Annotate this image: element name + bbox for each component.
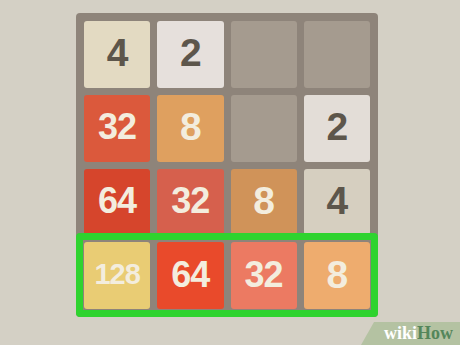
empty-cell: [304, 21, 370, 88]
wikihow-watermark: wikiHow: [361, 322, 460, 345]
tile-2: 2: [157, 21, 223, 88]
empty-cell: [231, 95, 297, 162]
tile-4: 4: [304, 169, 370, 236]
tile-value: 64: [98, 180, 136, 222]
tile-value: 8: [327, 253, 348, 297]
tile-2: 2: [304, 95, 370, 162]
tile-8: 8: [157, 95, 223, 162]
tile-value: 2: [327, 105, 348, 149]
tile-value: 32: [98, 106, 136, 148]
tile-64: 64: [157, 242, 223, 309]
game-board-2048[interactable]: 42328264328412864328: [76, 13, 378, 317]
tile-32: 32: [84, 95, 150, 162]
tile-value: 128: [94, 258, 139, 291]
tile-value: 4: [327, 179, 348, 223]
tile-4: 4: [84, 21, 150, 88]
tile-value: 8: [180, 105, 201, 149]
tile-64: 64: [84, 169, 150, 236]
tile-value: 8: [253, 179, 274, 223]
tile-8: 8: [304, 242, 370, 309]
tile-value: 2: [180, 31, 201, 75]
tile-8: 8: [231, 169, 297, 236]
tile-32: 32: [231, 242, 297, 309]
tile-value: 32: [245, 254, 283, 296]
tile-value: 4: [107, 31, 128, 75]
tile-value: 32: [171, 180, 209, 222]
wikihow-wordmark-how: How: [417, 323, 453, 343]
tile-128: 128: [84, 242, 150, 309]
wikihow-wordmark-wiki: wiki: [384, 323, 417, 343]
wikihow-illustration: 42328264328412864328 wikiHow: [0, 0, 460, 345]
empty-cell: [231, 21, 297, 88]
tile-value: 64: [171, 254, 209, 296]
tile-32: 32: [157, 169, 223, 236]
